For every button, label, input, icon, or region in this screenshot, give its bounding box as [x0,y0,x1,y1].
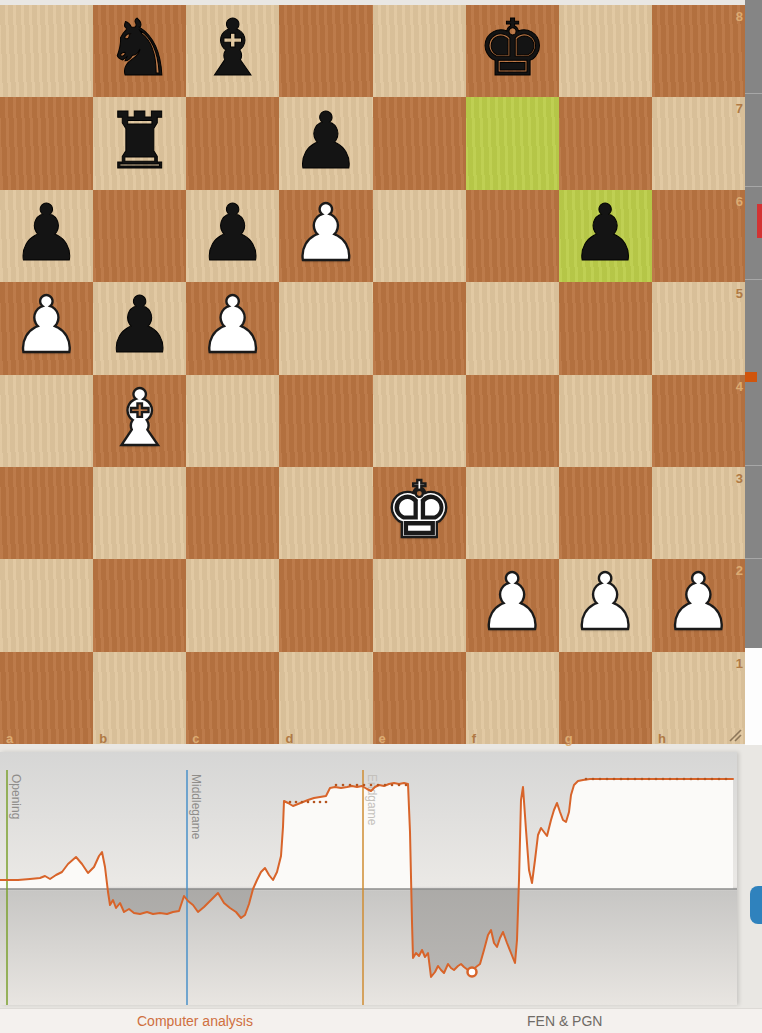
white-king[interactable]: ♚ [384,471,454,549]
svg-text:Middlegame: Middlegame [189,774,203,840]
square-e7[interactable] [373,97,466,189]
square-c1[interactable] [186,652,279,744]
rank-label-5: 5 [731,286,743,301]
square-d3[interactable] [279,467,372,559]
black-rook[interactable]: ♜ [105,102,175,180]
current-move-marker [468,968,477,977]
square-g6[interactable]: ♟ [559,190,652,282]
svg-text:Endgame: Endgame [365,774,379,826]
eval-gauge-tick [745,93,762,94]
svg-text:Opening: Opening [9,774,23,819]
file-label-e: e [379,731,386,746]
white-pawn[interactable]: ♟ [570,563,640,641]
side-panel-button[interactable] [750,886,762,924]
rank-label-4: 4 [731,379,743,394]
square-f1[interactable] [466,652,559,744]
square-d7[interactable]: ♟ [279,97,372,189]
square-f8[interactable]: ♚ [466,5,559,97]
square-d4[interactable] [279,375,372,467]
square-a8[interactable] [0,5,93,97]
square-b1[interactable] [93,652,186,744]
square-g4[interactable] [559,375,652,467]
rank-label-6: 6 [731,194,743,209]
eval-gauge-tick [745,465,762,466]
square-d8[interactable] [279,5,372,97]
square-d2[interactable] [279,559,372,651]
white-bishop[interactable]: ♝ [105,379,175,457]
tab-computer-analysis[interactable]: Computer analysis [137,1013,253,1029]
rank-label-2: 2 [731,563,743,578]
square-g7[interactable] [559,97,652,189]
eval-gauge-tick [745,186,762,187]
file-label-a: a [6,731,13,746]
square-c7[interactable] [186,97,279,189]
rank-label-8: 8 [731,9,743,24]
white-pawn[interactable]: ♟ [291,194,361,272]
scrollbar-red-marker [757,204,762,238]
black-king[interactable]: ♚ [477,9,547,87]
chess-board[interactable]: ♞♝♚♜♟♟♟♟♟♟♟♟♝♚♟♟♟87654321abcdefgh [0,5,745,744]
square-f2[interactable]: ♟ [466,559,559,651]
rank-label-3: 3 [731,471,743,486]
white-pawn[interactable]: ♟ [477,563,547,641]
file-label-h: h [658,731,666,746]
file-label-g: g [565,731,573,746]
square-f3[interactable] [466,467,559,559]
square-a4[interactable] [0,375,93,467]
square-b4[interactable]: ♝ [93,375,186,467]
rank-label-1: 1 [731,656,743,671]
square-c3[interactable] [186,467,279,559]
black-pawn[interactable]: ♟ [105,286,175,364]
white-pawn[interactable]: ♟ [198,286,268,364]
square-a1[interactable] [0,652,93,744]
square-a3[interactable] [0,467,93,559]
file-label-f: f [472,731,476,746]
file-label-b: b [99,731,107,746]
square-a5[interactable]: ♟ [0,282,93,374]
square-b8[interactable]: ♞ [93,5,186,97]
square-a7[interactable] [0,97,93,189]
square-c2[interactable] [186,559,279,651]
black-bishop[interactable]: ♝ [198,9,268,87]
square-g2[interactable]: ♟ [559,559,652,651]
square-e3[interactable]: ♚ [373,467,466,559]
square-a2[interactable] [0,559,93,651]
square-b6[interactable] [93,190,186,282]
rank-label-7: 7 [731,101,743,116]
square-b3[interactable] [93,467,186,559]
square-e5[interactable] [373,282,466,374]
file-label-d: d [285,731,293,746]
square-d1[interactable] [279,652,372,744]
square-c6[interactable]: ♟ [186,190,279,282]
square-g8[interactable] [559,5,652,97]
square-b2[interactable] [93,559,186,651]
square-f5[interactable] [466,282,559,374]
black-knight[interactable]: ♞ [105,9,175,87]
eval-gauge-tick [745,279,762,280]
square-c8[interactable]: ♝ [186,5,279,97]
black-pawn[interactable]: ♟ [198,194,268,272]
square-e1[interactable] [373,652,466,744]
eval-gauge [745,0,762,745]
square-g3[interactable] [559,467,652,559]
square-f4[interactable] [466,375,559,467]
white-pawn[interactable]: ♟ [663,563,733,641]
square-b5[interactable]: ♟ [93,282,186,374]
square-d5[interactable] [279,282,372,374]
white-pawn[interactable]: ♟ [12,286,82,364]
square-b7[interactable]: ♜ [93,97,186,189]
black-pawn[interactable]: ♟ [570,194,640,272]
board-resize-handle[interactable] [725,725,743,743]
square-f6[interactable] [466,190,559,282]
square-e8[interactable] [373,5,466,97]
black-pawn[interactable]: ♟ [12,194,82,272]
tab-fen-pgn[interactable]: FEN & PGN [527,1013,602,1029]
square-e6[interactable] [373,190,466,282]
square-g5[interactable] [559,282,652,374]
square-a6[interactable]: ♟ [0,190,93,282]
square-c5[interactable]: ♟ [186,282,279,374]
square-e2[interactable] [373,559,466,651]
black-pawn[interactable]: ♟ [291,102,361,180]
footer-bar: Computer analysis FEN & PGN [0,1008,762,1033]
eval-gauge-white-section [745,648,762,745]
file-label-c: c [192,731,199,746]
square-f7[interactable] [466,97,559,189]
eval-gauge-tick [745,558,762,559]
eval-gauge-mid-tick [745,372,757,382]
square-d6[interactable]: ♟ [279,190,372,282]
square-c4[interactable] [186,375,279,467]
square-e4[interactable] [373,375,466,467]
advantage-chart[interactable]: OpeningMiddlegameEndgame [0,752,737,1005]
analysis-page: ♞♝♚♜♟♟♟♟♟♟♟♟♝♚♟♟♟87654321abcdefgh Openin… [0,0,762,1033]
